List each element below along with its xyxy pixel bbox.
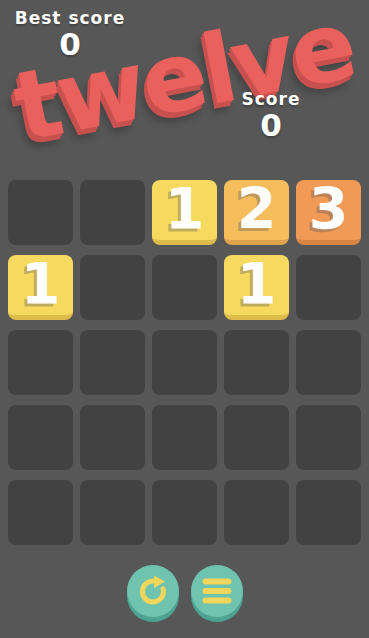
empty-cell	[8, 330, 73, 395]
empty-cell	[80, 180, 145, 245]
empty-cell	[8, 405, 73, 470]
empty-cell	[224, 405, 289, 470]
score-panel: Score 0	[226, 89, 316, 141]
board-grid[interactable]: 12311	[8, 180, 361, 549]
restart-button[interactable]	[127, 565, 179, 617]
empty-cell	[296, 330, 361, 395]
empty-cell	[296, 405, 361, 470]
empty-cell	[296, 480, 361, 545]
tile-1: 1	[152, 180, 217, 245]
tile-1: 1	[224, 255, 289, 320]
restart-icon	[136, 574, 170, 608]
empty-cell	[80, 480, 145, 545]
empty-cell	[224, 330, 289, 395]
empty-cell	[80, 255, 145, 320]
empty-cell	[152, 330, 217, 395]
empty-cell	[8, 180, 73, 245]
best-score-panel: Best score 0	[14, 8, 126, 60]
score-label: Score	[226, 89, 316, 109]
menu-icon	[200, 574, 234, 608]
empty-cell	[152, 480, 217, 545]
toolbar	[0, 565, 369, 617]
menu-button[interactable]	[191, 565, 243, 617]
empty-cell	[224, 480, 289, 545]
app-background: Best score 0 twelve Score 0 12311	[0, 0, 369, 638]
empty-cell	[152, 255, 217, 320]
best-score-label: Best score	[14, 8, 126, 28]
tile-3: 3	[296, 180, 361, 245]
tile-1: 1	[8, 255, 73, 320]
tile-2: 2	[224, 180, 289, 245]
empty-cell	[80, 405, 145, 470]
empty-cell	[80, 330, 145, 395]
empty-cell	[152, 405, 217, 470]
best-score-value: 0	[14, 29, 126, 60]
score-value: 0	[226, 110, 316, 141]
empty-cell	[8, 480, 73, 545]
empty-cell	[296, 255, 361, 320]
